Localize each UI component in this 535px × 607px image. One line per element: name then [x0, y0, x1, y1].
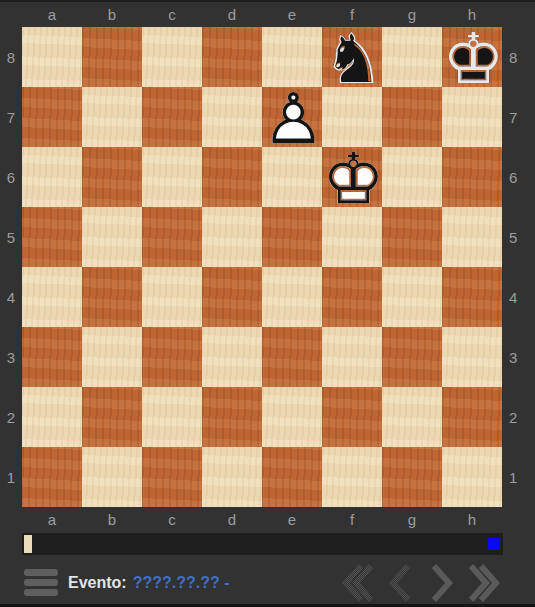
square-f8[interactable]: ♞♘	[322, 27, 382, 87]
status-bar: Evento:????.??.?? -	[0, 558, 535, 607]
file-label-e: e	[288, 6, 296, 23]
square-a3[interactable]	[22, 327, 82, 387]
square-a4[interactable]	[22, 267, 82, 327]
square-g6[interactable]	[382, 147, 442, 207]
rank-label-5: 5	[509, 229, 517, 246]
square-f2[interactable]	[322, 387, 382, 447]
file-label-c: c	[168, 6, 176, 23]
move-slider-handle[interactable]	[24, 535, 32, 553]
square-e1[interactable]	[262, 447, 322, 507]
square-e4[interactable]	[262, 267, 322, 327]
file-label-c: c	[168, 511, 176, 528]
rank-label-3: 3	[7, 349, 15, 366]
square-d6[interactable]	[202, 147, 262, 207]
rank-label-2: 2	[7, 409, 15, 426]
square-e2[interactable]	[262, 387, 322, 447]
square-c1[interactable]	[142, 447, 202, 507]
transport-controls	[341, 563, 501, 603]
square-h2[interactable]	[442, 387, 502, 447]
file-label-g: g	[408, 6, 416, 23]
square-a1[interactable]	[22, 447, 82, 507]
file-label-f: f	[350, 6, 354, 23]
square-h4[interactable]	[442, 267, 502, 327]
rank-label-7: 7	[7, 109, 15, 126]
square-h3[interactable]	[442, 327, 502, 387]
square-b2[interactable]	[82, 387, 142, 447]
file-label-f: f	[350, 511, 354, 528]
square-h1[interactable]	[442, 447, 502, 507]
black-knight[interactable]: ♞♘	[322, 27, 382, 87]
file-label-b: b	[108, 511, 116, 528]
menu-button[interactable]	[24, 567, 58, 598]
square-c8[interactable]	[142, 27, 202, 87]
rank-label-2: 2	[509, 409, 517, 426]
chevron-left-icon	[389, 563, 413, 603]
square-g2[interactable]	[382, 387, 442, 447]
square-b5[interactable]	[82, 207, 142, 267]
double-chevron-left-icon	[341, 563, 373, 603]
square-f5[interactable]	[322, 207, 382, 267]
square-a8[interactable]	[22, 27, 82, 87]
square-a7[interactable]	[22, 87, 82, 147]
rank-label-6: 6	[509, 169, 517, 186]
event-info: Evento:????.??.?? -	[68, 574, 230, 592]
move-slider-track[interactable]	[22, 533, 503, 555]
hamburger-icon	[24, 569, 58, 576]
square-g5[interactable]	[382, 207, 442, 267]
top-file-labels: abcdefgh	[22, 2, 502, 27]
rank-label-1: 1	[7, 469, 15, 486]
square-b3[interactable]	[82, 327, 142, 387]
rank-label-8: 8	[509, 49, 517, 66]
rank-label-7: 7	[509, 109, 517, 126]
right-rank-labels: 87654321	[502, 27, 535, 507]
square-e7[interactable]: ♟♙	[262, 87, 322, 147]
rank-label-1: 1	[509, 469, 517, 486]
square-f1[interactable]	[322, 447, 382, 507]
square-d3[interactable]	[202, 327, 262, 387]
nav-last-button[interactable]	[469, 563, 501, 603]
white-king[interactable]: ♚♔	[322, 147, 382, 207]
square-f4[interactable]	[322, 267, 382, 327]
square-b8[interactable]	[82, 27, 142, 87]
square-d1[interactable]	[202, 447, 262, 507]
nav-first-button[interactable]	[341, 563, 373, 603]
square-h8[interactable]: ♚♔	[442, 27, 502, 87]
square-g8[interactable]	[382, 27, 442, 87]
square-e6[interactable]	[262, 147, 322, 207]
square-h7[interactable]	[442, 87, 502, 147]
square-b1[interactable]	[82, 447, 142, 507]
square-d4[interactable]	[202, 267, 262, 327]
square-d2[interactable]	[202, 387, 262, 447]
rank-label-6: 6	[7, 169, 15, 186]
file-label-h: h	[468, 6, 476, 23]
square-d8[interactable]	[202, 27, 262, 87]
square-h5[interactable]	[442, 207, 502, 267]
rank-label-3: 3	[509, 349, 517, 366]
square-c7[interactable]	[142, 87, 202, 147]
square-c6[interactable]	[142, 147, 202, 207]
file-label-a: a	[48, 511, 56, 528]
rank-label-4: 4	[7, 289, 15, 306]
nav-prev-button[interactable]	[389, 563, 413, 603]
event-label: Evento:	[68, 574, 127, 591]
end-position-marker[interactable]	[488, 538, 500, 550]
file-label-d: d	[228, 6, 236, 23]
square-b6[interactable]	[82, 147, 142, 207]
chevron-right-icon	[429, 563, 453, 603]
rank-label-4: 4	[509, 289, 517, 306]
black-king[interactable]: ♚♔	[442, 27, 502, 87]
file-label-h: h	[468, 511, 476, 528]
bottom-file-labels: abcdefgh	[22, 507, 502, 531]
nav-next-button[interactable]	[429, 563, 453, 603]
square-e3[interactable]	[262, 327, 322, 387]
square-b7[interactable]	[82, 87, 142, 147]
rank-label-5: 5	[7, 229, 15, 246]
file-label-e: e	[288, 511, 296, 528]
square-c3[interactable]	[142, 327, 202, 387]
file-label-g: g	[408, 511, 416, 528]
square-a6[interactable]	[22, 147, 82, 207]
square-d7[interactable]	[202, 87, 262, 147]
square-f3[interactable]	[322, 327, 382, 387]
left-rank-labels: 87654321	[0, 27, 22, 507]
chess-board: ♞♘♚♔♟♙♚♔	[22, 27, 502, 507]
square-c5[interactable]	[142, 207, 202, 267]
square-g3[interactable]	[382, 327, 442, 387]
square-a5[interactable]	[22, 207, 82, 267]
file-label-b: b	[108, 6, 116, 23]
rank-label-8: 8	[7, 49, 15, 66]
square-d5[interactable]	[202, 207, 262, 267]
square-c4[interactable]	[142, 267, 202, 327]
square-c2[interactable]	[142, 387, 202, 447]
square-b4[interactable]	[82, 267, 142, 327]
square-a2[interactable]	[22, 387, 82, 447]
square-h6[interactable]	[442, 147, 502, 207]
square-f7[interactable]	[322, 87, 382, 147]
square-e8[interactable]	[262, 27, 322, 87]
square-g4[interactable]	[382, 267, 442, 327]
square-e5[interactable]	[262, 207, 322, 267]
double-chevron-right-icon	[469, 563, 501, 603]
square-f6[interactable]: ♚♔	[322, 147, 382, 207]
white-pawn[interactable]: ♟♙	[262, 87, 322, 147]
event-value: ????.??.?? -	[133, 574, 230, 591]
square-g7[interactable]	[382, 87, 442, 147]
square-g1[interactable]	[382, 447, 442, 507]
file-label-a: a	[48, 6, 56, 23]
file-label-d: d	[228, 511, 236, 528]
